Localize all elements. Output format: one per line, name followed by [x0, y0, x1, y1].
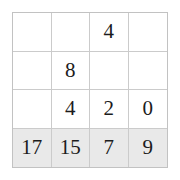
cell-r3c4: 0 [129, 90, 168, 129]
cell-r3c3: 2 [90, 90, 129, 129]
cell-r1c3: 4 [90, 13, 129, 52]
cell-r1c2 [52, 13, 91, 52]
cell-r4c4: 9 [129, 129, 168, 168]
cell-r2c2: 8 [52, 52, 91, 91]
cell-r2c4 [129, 52, 168, 91]
cell-r1c1 [13, 13, 52, 52]
cell-r3c1 [13, 90, 52, 129]
puzzle-grid: 48420171579 [12, 12, 168, 168]
cell-r2c1 [13, 52, 52, 91]
cell-r4c1: 17 [13, 129, 52, 168]
cell-r2c3 [90, 52, 129, 91]
cell-r4c2: 15 [52, 129, 91, 168]
cell-r1c4 [129, 13, 168, 52]
cell-r3c2: 4 [52, 90, 91, 129]
cell-r4c3: 7 [90, 129, 129, 168]
